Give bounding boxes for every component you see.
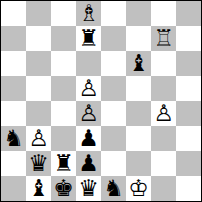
square-f4[interactable] xyxy=(126,101,151,126)
chess-board: ♗♜♖♝♙♙♙♞♙♟♛♜♟♝♚♛♞♔ xyxy=(1,1,201,201)
white-bishop: ♗ xyxy=(78,1,99,26)
black-rook: ♜ xyxy=(78,26,99,51)
white-rook: ♖ xyxy=(153,26,174,51)
square-a1[interactable] xyxy=(1,176,26,201)
square-a3[interactable]: ♞ xyxy=(1,126,26,151)
black-knight: ♞ xyxy=(3,126,24,151)
square-f5[interactable] xyxy=(126,76,151,101)
square-h7[interactable] xyxy=(176,26,201,51)
square-c5[interactable] xyxy=(51,76,76,101)
square-g5[interactable] xyxy=(151,76,176,101)
square-b1[interactable]: ♝ xyxy=(26,176,51,201)
black-pawn: ♟ xyxy=(78,126,99,151)
square-d4[interactable]: ♙ xyxy=(76,101,101,126)
square-e1[interactable]: ♞ xyxy=(101,176,126,201)
square-g6[interactable] xyxy=(151,51,176,76)
square-d2[interactable]: ♟ xyxy=(76,151,101,176)
white-pawn: ♙ xyxy=(28,126,49,151)
square-a7[interactable] xyxy=(1,26,26,51)
square-b8[interactable] xyxy=(26,1,51,26)
black-bishop: ♝ xyxy=(28,176,49,201)
square-d7[interactable]: ♜ xyxy=(76,26,101,51)
square-a4[interactable] xyxy=(1,101,26,126)
square-g7[interactable]: ♖ xyxy=(151,26,176,51)
square-d6[interactable] xyxy=(76,51,101,76)
square-g1[interactable] xyxy=(151,176,176,201)
square-f3[interactable] xyxy=(126,126,151,151)
square-e6[interactable] xyxy=(101,51,126,76)
square-f8[interactable] xyxy=(126,1,151,26)
square-c2[interactable]: ♜ xyxy=(51,151,76,176)
square-h6[interactable] xyxy=(176,51,201,76)
square-d8[interactable]: ♗ xyxy=(76,1,101,26)
square-g4[interactable]: ♙ xyxy=(151,101,176,126)
white-pawn: ♙ xyxy=(78,101,99,126)
square-b7[interactable] xyxy=(26,26,51,51)
square-e4[interactable] xyxy=(101,101,126,126)
square-c7[interactable] xyxy=(51,26,76,51)
square-e3[interactable] xyxy=(101,126,126,151)
chess-board-frame: ♗♜♖♝♙♙♙♞♙♟♛♜♟♝♚♛♞♔ xyxy=(0,0,202,202)
black-bishop: ♝ xyxy=(128,51,149,76)
white-king: ♔ xyxy=(128,176,149,201)
square-d3[interactable]: ♟ xyxy=(76,126,101,151)
square-a5[interactable] xyxy=(1,76,26,101)
square-h1[interactable] xyxy=(176,176,201,201)
black-queen: ♛ xyxy=(78,176,99,201)
black-king: ♚ xyxy=(53,176,74,201)
square-e5[interactable] xyxy=(101,76,126,101)
square-c6[interactable] xyxy=(51,51,76,76)
square-a8[interactable] xyxy=(1,1,26,26)
square-e2[interactable] xyxy=(101,151,126,176)
square-c1[interactable]: ♚ xyxy=(51,176,76,201)
square-a6[interactable] xyxy=(1,51,26,76)
square-f7[interactable] xyxy=(126,26,151,51)
square-g3[interactable] xyxy=(151,126,176,151)
square-b3[interactable]: ♙ xyxy=(26,126,51,151)
square-c8[interactable] xyxy=(51,1,76,26)
square-h5[interactable] xyxy=(176,76,201,101)
black-rook: ♜ xyxy=(53,151,74,176)
square-h4[interactable] xyxy=(176,101,201,126)
square-f1[interactable]: ♔ xyxy=(126,176,151,201)
square-b4[interactable] xyxy=(26,101,51,126)
square-e8[interactable] xyxy=(101,1,126,26)
square-b2[interactable]: ♛ xyxy=(26,151,51,176)
square-c3[interactable] xyxy=(51,126,76,151)
square-h2[interactable] xyxy=(176,151,201,176)
square-c4[interactable] xyxy=(51,101,76,126)
square-g2[interactable] xyxy=(151,151,176,176)
square-d5[interactable]: ♙ xyxy=(76,76,101,101)
square-h3[interactable] xyxy=(176,126,201,151)
black-knight: ♞ xyxy=(103,176,124,201)
square-f2[interactable] xyxy=(126,151,151,176)
black-pawn: ♟ xyxy=(78,151,99,176)
white-pawn: ♙ xyxy=(78,76,99,101)
square-h8[interactable] xyxy=(176,1,201,26)
square-g8[interactable] xyxy=(151,1,176,26)
square-d1[interactable]: ♛ xyxy=(76,176,101,201)
black-queen: ♛ xyxy=(28,151,49,176)
square-b6[interactable] xyxy=(26,51,51,76)
white-pawn: ♙ xyxy=(153,101,174,126)
square-e7[interactable] xyxy=(101,26,126,51)
square-f6[interactable]: ♝ xyxy=(126,51,151,76)
square-b5[interactable] xyxy=(26,76,51,101)
square-a2[interactable] xyxy=(1,151,26,176)
